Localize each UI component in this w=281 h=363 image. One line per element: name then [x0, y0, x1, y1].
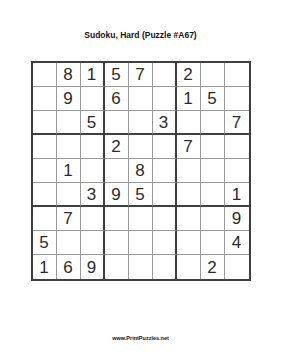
cell-r9c1: 1: [33, 255, 57, 279]
cell-r2c7: 1: [177, 87, 201, 111]
cell-r7c3: [81, 207, 105, 231]
cell-r6c7: [177, 183, 201, 207]
cell-r3c2: [57, 111, 81, 135]
cell-r3c1: [33, 111, 57, 135]
cell-r1c2: 8: [57, 63, 81, 87]
cell-r1c9: [225, 63, 249, 87]
cell-r7c8: [201, 207, 225, 231]
cell-r3c3: 5: [81, 111, 105, 135]
cell-r1c5: 7: [129, 63, 153, 87]
cell-r5c4: [105, 159, 129, 183]
cell-r6c3: 3: [81, 183, 105, 207]
cell-r5c6: [153, 159, 177, 183]
cell-r4c1: [33, 135, 57, 159]
cell-r2c5: [129, 87, 153, 111]
cell-r2c4: 6: [105, 87, 129, 111]
cell-r7c7: [177, 207, 201, 231]
cell-r8c4: [105, 231, 129, 255]
cell-r9c7: [177, 255, 201, 279]
cell-r7c4: [105, 207, 129, 231]
cell-r2c6: [153, 87, 177, 111]
cell-r4c9: [225, 135, 249, 159]
cell-r5c2: 1: [57, 159, 81, 183]
cell-r5c5: 8: [129, 159, 153, 183]
cell-r8c1: 5: [33, 231, 57, 255]
cell-r9c3: 9: [81, 255, 105, 279]
cell-r6c8: [201, 183, 225, 207]
cell-r6c4: 9: [105, 183, 129, 207]
cell-r7c6: [153, 207, 177, 231]
cell-r8c2: [57, 231, 81, 255]
cell-r6c5: 5: [129, 183, 153, 207]
cell-r1c8: [201, 63, 225, 87]
cell-r2c2: 9: [57, 87, 81, 111]
cell-r6c2: [57, 183, 81, 207]
cell-r5c3: [81, 159, 105, 183]
cell-r2c3: [81, 87, 105, 111]
cell-r9c9: [225, 255, 249, 279]
cell-r3c4: [105, 111, 129, 135]
cell-r7c2: 7: [57, 207, 81, 231]
cell-r3c6: 3: [153, 111, 177, 135]
cell-r5c9: [225, 159, 249, 183]
cell-r9c4: [105, 255, 129, 279]
cell-r5c1: [33, 159, 57, 183]
cell-r5c8: [201, 159, 225, 183]
cell-r4c5: [129, 135, 153, 159]
footer-url: www.PrintPuzzles.net: [0, 335, 281, 341]
cell-r4c2: [57, 135, 81, 159]
cell-r8c5: [129, 231, 153, 255]
cell-r4c7: 7: [177, 135, 201, 159]
cell-r3c8: [201, 111, 225, 135]
cell-r3c7: [177, 111, 201, 135]
cell-r8c6: [153, 231, 177, 255]
cell-r3c9: 7: [225, 111, 249, 135]
cell-r6c1: [33, 183, 57, 207]
cell-r3c5: [129, 111, 153, 135]
cell-r7c9: 9: [225, 207, 249, 231]
cell-r1c4: 5: [105, 63, 129, 87]
cell-r1c1: [33, 63, 57, 87]
cell-r9c8: 2: [201, 255, 225, 279]
cell-r8c9: 4: [225, 231, 249, 255]
puzzle-title: Sudoku, Hard (Puzzle #A67): [0, 0, 281, 40]
cell-r8c3: [81, 231, 105, 255]
cell-r8c8: [201, 231, 225, 255]
cell-r4c8: [201, 135, 225, 159]
cell-r6c6: [153, 183, 177, 207]
cell-r5c7: [177, 159, 201, 183]
cell-r4c6: [153, 135, 177, 159]
cell-r2c9: [225, 87, 249, 111]
sudoku-board: 8157296155372718395179541692: [31, 61, 251, 281]
cell-r1c7: 2: [177, 63, 201, 87]
cell-r9c5: [129, 255, 153, 279]
cell-r4c3: [81, 135, 105, 159]
cell-r7c5: [129, 207, 153, 231]
cell-r4c4: 2: [105, 135, 129, 159]
cell-r2c1: [33, 87, 57, 111]
cell-r9c6: [153, 255, 177, 279]
cell-r2c8: 5: [201, 87, 225, 111]
cell-r6c9: 1: [225, 183, 249, 207]
cell-r7c1: [33, 207, 57, 231]
cell-r8c7: [177, 231, 201, 255]
printable-puzzle-page: Sudoku, Hard (Puzzle #A67) 8157296155372…: [0, 0, 281, 363]
cell-r1c3: 1: [81, 63, 105, 87]
cell-r9c2: 6: [57, 255, 81, 279]
cell-r1c6: [153, 63, 177, 87]
